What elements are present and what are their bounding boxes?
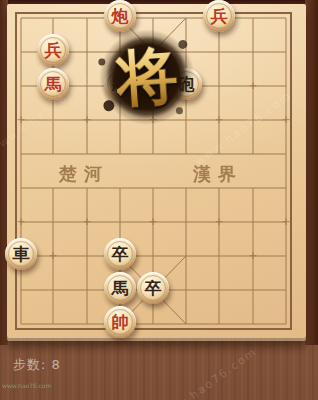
check-stamp-glyph: 将: [114, 44, 180, 110]
game-screen: ++++++++++++++ 楚河 漢界 炮兵兵馬將砲車卒馬卒帥 将 www.h…: [0, 0, 318, 400]
board-star-point: +: [213, 114, 225, 126]
piece-glyph: 馬: [112, 280, 129, 297]
board-star-point: +: [247, 250, 259, 262]
step-counter-label: 步数:: [13, 357, 46, 372]
board-star-point: +: [15, 114, 27, 126]
board-star-point: +: [213, 216, 225, 228]
river-label-right: 漢界: [193, 162, 243, 186]
piece-black-車-c0r7[interactable]: 車: [5, 238, 37, 270]
board-star-point: +: [280, 216, 292, 228]
step-counter: 步数:8: [13, 356, 61, 374]
piece-red-馬-c1r2[interactable]: 馬: [37, 68, 69, 100]
watermark-diagonal-bottom: www.hao76.com: [157, 345, 259, 400]
piece-glyph: 帥: [112, 314, 129, 331]
piece-glyph: 卒: [145, 280, 162, 297]
board-star-point: +: [147, 216, 159, 228]
watermark-corner-scribble: www.hao76.com: [2, 383, 52, 389]
piece-red-兵-c6r0[interactable]: 兵: [203, 0, 235, 32]
step-counter-value: 8: [51, 357, 60, 372]
piece-black-卒-c3r7[interactable]: 卒: [104, 238, 136, 270]
river-label-left: 楚河: [59, 162, 109, 186]
piece-glyph: 兵: [45, 42, 62, 59]
board-star-point: +: [280, 114, 292, 126]
board-star-point: +: [247, 80, 259, 92]
board-star-point: +: [81, 114, 93, 126]
piece-red-兵-c1r1[interactable]: 兵: [37, 34, 69, 66]
board-star-point: +: [81, 216, 93, 228]
piece-black-卒-c4r8[interactable]: 卒: [137, 272, 169, 304]
piece-red-帥-c3r9[interactable]: 帥: [104, 306, 136, 338]
piece-glyph: 車: [13, 246, 30, 263]
piece-black-馬-c3r8[interactable]: 馬: [104, 272, 136, 304]
board-star-point: +: [47, 250, 59, 262]
table-wood-right-edge: [305, 0, 318, 345]
piece-glyph: 炮: [112, 8, 129, 25]
piece-glyph: 兵: [211, 8, 228, 25]
xiangqi-board[interactable]: ++++++++++++++ 楚河 漢界 炮兵兵馬將砲車卒馬卒帥 将 www.h…: [7, 4, 306, 338]
piece-glyph: 卒: [112, 246, 129, 263]
board-star-point: +: [15, 216, 27, 228]
piece-glyph: 馬: [45, 76, 62, 93]
